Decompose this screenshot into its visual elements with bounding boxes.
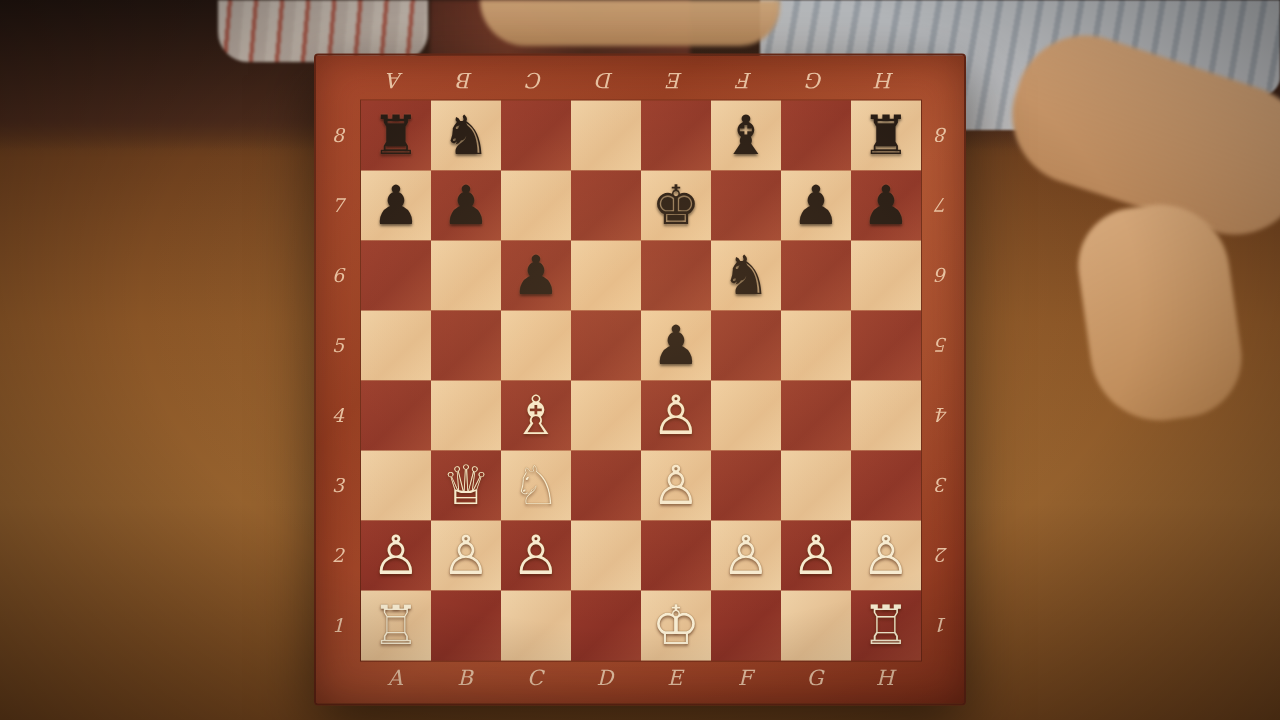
rank-label-right-7: 7 bbox=[920, 170, 964, 240]
black-pawn-g7: ♟ bbox=[781, 171, 851, 241]
square-a1: ♖ bbox=[361, 591, 431, 661]
rank-label-left-5: 5 bbox=[316, 310, 360, 380]
square-h2: ♙ bbox=[851, 521, 921, 591]
square-f7 bbox=[711, 171, 781, 241]
file-label-top-h: H bbox=[850, 68, 920, 92]
white-pawn-e4: ♙ bbox=[641, 381, 711, 451]
black-bishop-f8: ♝ bbox=[711, 101, 781, 171]
file-label-bottom-b: B bbox=[430, 666, 500, 690]
file-label-bottom-a: A bbox=[360, 666, 430, 690]
rank-label-right-1: 1 bbox=[920, 590, 964, 660]
square-d3 bbox=[571, 451, 641, 521]
square-h3 bbox=[851, 451, 921, 521]
rank-label-right-8: 8 bbox=[920, 100, 964, 170]
black-knight-f6: ♞ bbox=[711, 241, 781, 311]
square-e7: ♚ bbox=[641, 171, 711, 241]
square-h1: ♖ bbox=[851, 591, 921, 661]
file-label-top-g: G bbox=[780, 68, 850, 92]
white-rook-a1: ♖ bbox=[361, 591, 431, 661]
square-f4 bbox=[711, 381, 781, 451]
square-e6 bbox=[641, 241, 711, 311]
square-d2 bbox=[571, 521, 641, 591]
white-pawn-a2: ♙ bbox=[361, 521, 431, 591]
black-pawn-h7: ♟ bbox=[851, 171, 921, 241]
square-a4 bbox=[361, 381, 431, 451]
white-pawn-e3: ♙ bbox=[641, 451, 711, 521]
square-h4 bbox=[851, 381, 921, 451]
file-label-bottom-c: C bbox=[500, 666, 570, 690]
rank-label-left-6: 6 bbox=[316, 240, 360, 310]
file-label-bottom-h: H bbox=[850, 666, 920, 690]
square-a5 bbox=[361, 311, 431, 381]
black-rook-a8: ♜ bbox=[361, 101, 431, 171]
square-f3 bbox=[711, 451, 781, 521]
square-c4: ♗ bbox=[501, 381, 571, 451]
square-b1 bbox=[431, 591, 501, 661]
square-d7 bbox=[571, 171, 641, 241]
square-b8: ♞ bbox=[431, 101, 501, 171]
square-g5 bbox=[781, 311, 851, 381]
square-c6: ♟ bbox=[501, 241, 571, 311]
rank-label-right-6: 6 bbox=[920, 240, 964, 310]
square-g8 bbox=[781, 101, 851, 171]
white-pawn-g2: ♙ bbox=[781, 521, 851, 591]
white-queen-b3: ♕ bbox=[431, 451, 501, 521]
square-c7 bbox=[501, 171, 571, 241]
black-knight-b8: ♞ bbox=[431, 101, 501, 171]
white-pawn-h2: ♙ bbox=[851, 521, 921, 591]
square-b3: ♕ bbox=[431, 451, 501, 521]
square-a3 bbox=[361, 451, 431, 521]
rank-label-left-7: 7 bbox=[316, 170, 360, 240]
square-a6 bbox=[361, 241, 431, 311]
rank-label-left-2: 2 bbox=[316, 520, 360, 590]
white-king-e1: ♔ bbox=[641, 591, 711, 661]
square-f8: ♝ bbox=[711, 101, 781, 171]
square-f6: ♞ bbox=[711, 241, 781, 311]
file-label-top-e: E bbox=[640, 68, 710, 92]
square-d8 bbox=[571, 101, 641, 171]
square-a7: ♟ bbox=[361, 171, 431, 241]
square-g1 bbox=[781, 591, 851, 661]
square-b6 bbox=[431, 241, 501, 311]
file-label-top-c: C bbox=[500, 68, 570, 92]
file-label-top-a: A bbox=[360, 68, 430, 92]
square-c3: ♘ bbox=[501, 451, 571, 521]
black-king-e7: ♚ bbox=[641, 171, 711, 241]
player-hands bbox=[480, 0, 780, 46]
black-pawn-b7: ♟ bbox=[431, 171, 501, 241]
white-pawn-f2: ♙ bbox=[711, 521, 781, 591]
square-e4: ♙ bbox=[641, 381, 711, 451]
square-e5: ♟ bbox=[641, 311, 711, 381]
square-c2: ♙ bbox=[501, 521, 571, 591]
square-d5 bbox=[571, 311, 641, 381]
square-g4 bbox=[781, 381, 851, 451]
black-pawn-e5: ♟ bbox=[641, 311, 711, 381]
file-label-top-d: D bbox=[570, 68, 640, 92]
square-d1 bbox=[571, 591, 641, 661]
square-b2: ♙ bbox=[431, 521, 501, 591]
rank-label-left-4: 4 bbox=[316, 380, 360, 450]
square-c5 bbox=[501, 311, 571, 381]
rank-label-right-5: 5 bbox=[920, 310, 964, 380]
black-pawn-c6: ♟ bbox=[501, 241, 571, 311]
white-bishop-c4: ♗ bbox=[501, 381, 571, 451]
rank-label-right-3: 3 bbox=[920, 450, 964, 520]
file-label-top-b: B bbox=[430, 68, 500, 92]
square-b7: ♟ bbox=[431, 171, 501, 241]
square-e1: ♔ bbox=[641, 591, 711, 661]
file-label-top-f: F bbox=[710, 68, 780, 92]
rank-label-right-4: 4 bbox=[920, 380, 964, 450]
square-g3 bbox=[781, 451, 851, 521]
square-f2: ♙ bbox=[711, 521, 781, 591]
board-grid: ♜♞♝♜♟♟♚♟♟♟♞♟♗♙♕♘♙♙♙♙♙♙♙♖♔♖ bbox=[360, 100, 922, 662]
white-pawn-c2: ♙ bbox=[501, 521, 571, 591]
square-f5 bbox=[711, 311, 781, 381]
square-a8: ♜ bbox=[361, 101, 431, 171]
file-label-bottom-g: G bbox=[780, 666, 850, 690]
video-frame: ABCDEFGHABCDEFGH1234567812345678 ♜♞♝♜♟♟♚… bbox=[0, 0, 1280, 720]
file-label-bottom-e: E bbox=[640, 666, 710, 690]
square-c1 bbox=[501, 591, 571, 661]
square-e2 bbox=[641, 521, 711, 591]
square-b4 bbox=[431, 381, 501, 451]
square-h5 bbox=[851, 311, 921, 381]
black-rook-h8: ♜ bbox=[851, 101, 921, 171]
rank-label-right-2: 2 bbox=[920, 520, 964, 590]
white-pawn-b2: ♙ bbox=[431, 521, 501, 591]
square-h7: ♟ bbox=[851, 171, 921, 241]
black-pawn-a7: ♟ bbox=[361, 171, 431, 241]
white-knight-c3: ♘ bbox=[501, 451, 571, 521]
rank-label-left-3: 3 bbox=[316, 450, 360, 520]
square-d6 bbox=[571, 241, 641, 311]
square-a2: ♙ bbox=[361, 521, 431, 591]
square-b5 bbox=[431, 311, 501, 381]
file-label-bottom-f: F bbox=[710, 666, 780, 690]
square-g7: ♟ bbox=[781, 171, 851, 241]
white-rook-h1: ♖ bbox=[851, 591, 921, 661]
rank-label-left-8: 8 bbox=[316, 100, 360, 170]
chess-board: ABCDEFGHABCDEFGH1234567812345678 ♜♞♝♜♟♟♚… bbox=[314, 54, 966, 706]
square-c8 bbox=[501, 101, 571, 171]
square-h6 bbox=[851, 241, 921, 311]
square-e3: ♙ bbox=[641, 451, 711, 521]
square-d4 bbox=[571, 381, 641, 451]
square-g6 bbox=[781, 241, 851, 311]
square-e8 bbox=[641, 101, 711, 171]
square-h8: ♜ bbox=[851, 101, 921, 171]
square-g2: ♙ bbox=[781, 521, 851, 591]
square-f1 bbox=[711, 591, 781, 661]
rank-label-left-1: 1 bbox=[316, 590, 360, 660]
file-label-bottom-d: D bbox=[570, 666, 640, 690]
